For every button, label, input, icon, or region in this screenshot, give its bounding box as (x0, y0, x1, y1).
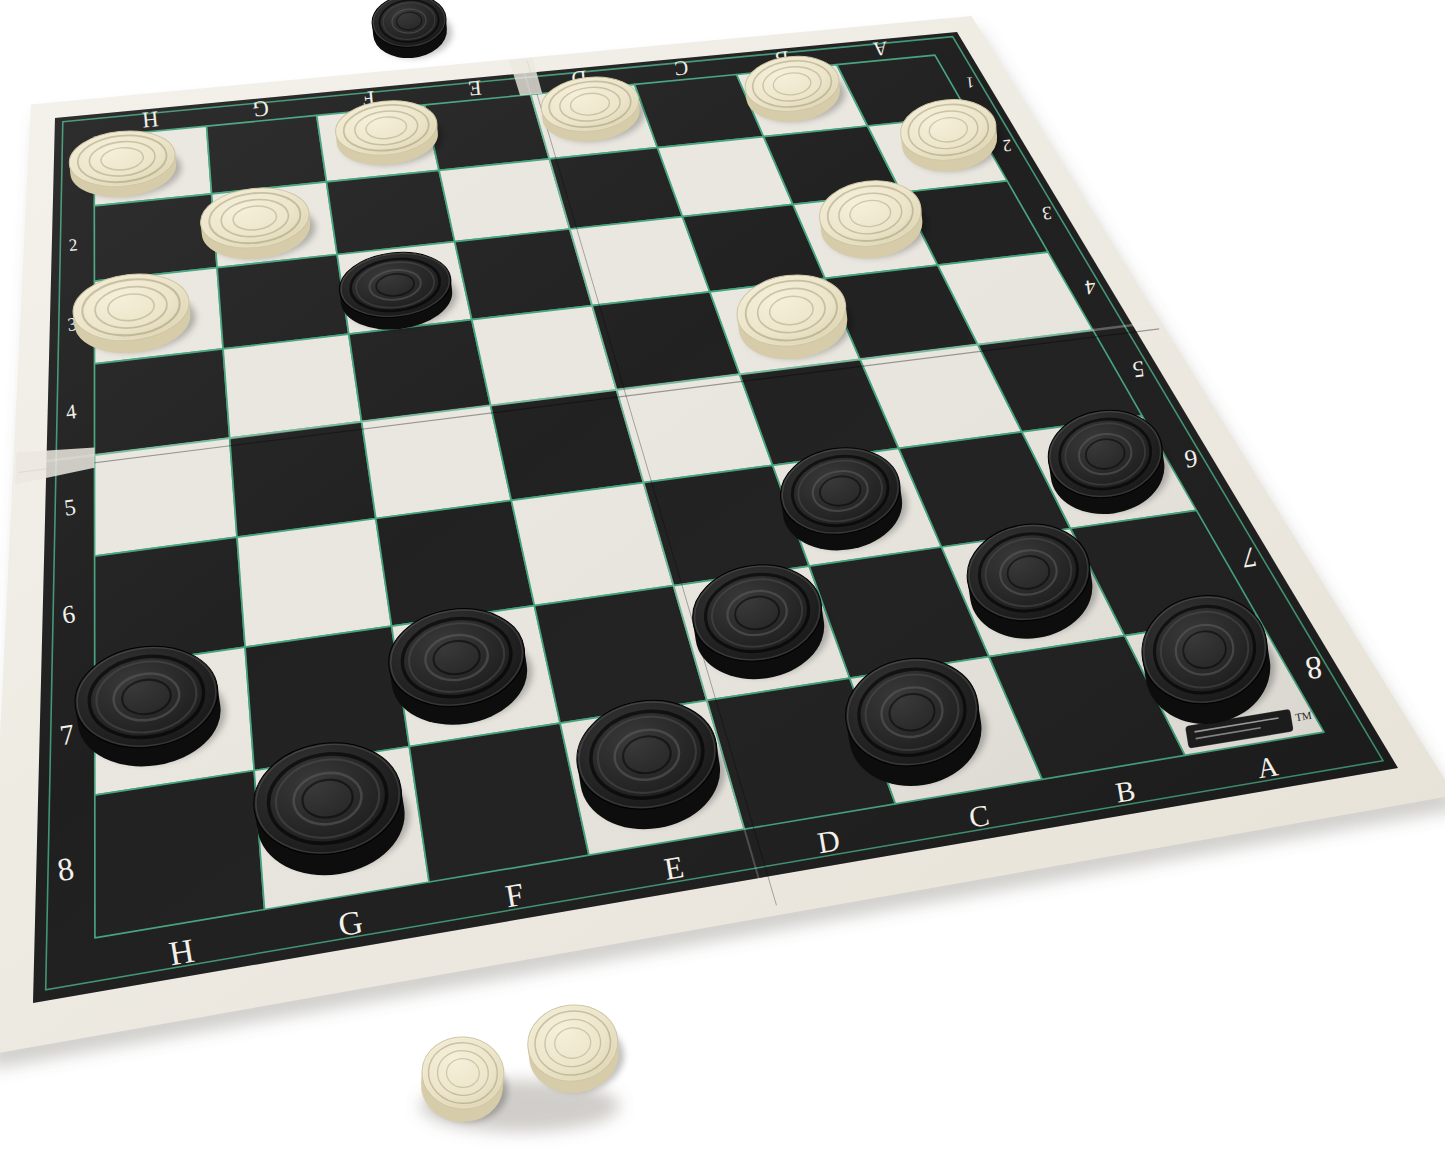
file-label-top-G: G (251, 96, 269, 122)
checkers-board-photo: 1122334455667788HHGGFFEEDDCCBBAATM (0, 0, 1445, 1164)
file-label-top-E: E (467, 76, 482, 101)
rank-label-right-1: 1 (965, 74, 974, 92)
file-label-top-H: H (141, 106, 160, 132)
file-label-top-C: C (673, 57, 689, 80)
file-label-top-A: A (872, 38, 889, 61)
product-photo-stage: 1122334455667788HHGGFFEEDDCCBBAATM (0, 0, 1445, 1164)
